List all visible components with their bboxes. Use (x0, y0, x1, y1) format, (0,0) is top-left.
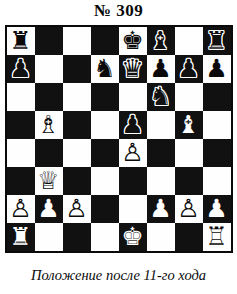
square-f2: ♟ (147, 195, 175, 223)
black-knight-piece: ♞ (93, 55, 115, 83)
square-d2 (91, 195, 119, 223)
square-d7: ♞ (91, 55, 119, 83)
square-f7: ♟ (147, 55, 175, 83)
white-pawn-piece: ♙ (177, 195, 199, 223)
square-h7: ♟ (203, 55, 231, 83)
white-rook-piece: ♖ (205, 223, 227, 251)
black-pawn-piece: ♟ (149, 55, 171, 83)
square-a7: ♟ (7, 55, 35, 83)
square-h6 (203, 83, 231, 111)
square-f4 (147, 139, 175, 167)
square-a6 (7, 83, 35, 111)
square-f1 (147, 223, 175, 251)
square-a2: ♙ (7, 195, 35, 223)
square-e5: ♟ (119, 111, 147, 139)
square-c3 (63, 167, 91, 195)
square-d6 (91, 83, 119, 111)
black-queen-piece: ♛ (121, 55, 143, 83)
square-h8: ♜ (203, 27, 231, 55)
square-g6 (175, 83, 203, 111)
diagram-page: № 309 ♜♚♝♜♟♞♛♟♟♟♞♗♟♝♙♕♙♟♙♟♙♟♜♚♖ Положени… (0, 0, 237, 294)
square-h4 (203, 139, 231, 167)
square-g2: ♙ (175, 195, 203, 223)
black-rook-piece: ♜ (9, 27, 31, 55)
board-frame: ♜♚♝♜♟♞♛♟♟♟♞♗♟♝♙♕♙♟♙♟♙♟♜♚♖ (5, 25, 233, 253)
square-b1 (35, 223, 63, 251)
square-g1 (175, 223, 203, 251)
white-king-piece: ♚ (121, 223, 143, 251)
square-g4 (175, 139, 203, 167)
square-b3: ♕ (35, 167, 63, 195)
black-bishop-piece: ♝ (149, 27, 171, 55)
square-e2 (119, 195, 147, 223)
black-pawn-piece: ♟ (205, 55, 227, 83)
diagram-number: № 309 (0, 0, 237, 22)
square-c6 (63, 83, 91, 111)
black-pawn-piece: ♟ (177, 55, 199, 83)
square-b8 (35, 27, 63, 55)
chess-board: ♜♚♝♜♟♞♛♟♟♟♞♗♟♝♙♕♙♟♙♟♙♟♜♚♖ (7, 27, 231, 251)
black-knight-piece: ♞ (149, 83, 171, 111)
square-c1 (63, 223, 91, 251)
square-c2: ♙ (63, 195, 91, 223)
square-g3 (175, 167, 203, 195)
black-king-piece: ♚ (121, 27, 143, 55)
square-b5: ♗ (35, 111, 63, 139)
square-b2: ♟ (35, 195, 63, 223)
square-g8 (175, 27, 203, 55)
square-g7: ♟ (175, 55, 203, 83)
square-b6 (35, 83, 63, 111)
white-bishop-piece: ♗ (37, 111, 59, 139)
white-bishop-piece: ♝ (177, 111, 199, 139)
square-f8: ♝ (147, 27, 175, 55)
square-f6: ♞ (147, 83, 175, 111)
black-pawn-piece: ♟ (9, 55, 31, 83)
square-d5 (91, 111, 119, 139)
square-a4 (7, 139, 35, 167)
square-h5 (203, 111, 231, 139)
square-a3 (7, 167, 35, 195)
square-h1: ♖ (203, 223, 231, 251)
square-f5 (147, 111, 175, 139)
white-pawn-piece: ♙ (65, 195, 87, 223)
square-f3 (147, 167, 175, 195)
square-c5 (63, 111, 91, 139)
diagram-caption: Положение после 11-го хода (0, 264, 237, 286)
white-pawn-piece: ♙ (121, 139, 143, 167)
square-g5: ♝ (175, 111, 203, 139)
white-pawn-piece: ♟ (37, 195, 59, 223)
square-h2: ♟ (203, 195, 231, 223)
square-d8 (91, 27, 119, 55)
square-d1 (91, 223, 119, 251)
square-e3 (119, 167, 147, 195)
white-rook-piece: ♜ (9, 223, 31, 251)
square-c4 (63, 139, 91, 167)
square-d4 (91, 139, 119, 167)
black-rook-piece: ♜ (205, 27, 227, 55)
square-e6 (119, 83, 147, 111)
square-a5 (7, 111, 35, 139)
square-e4: ♙ (119, 139, 147, 167)
square-c7 (63, 55, 91, 83)
square-h3 (203, 167, 231, 195)
square-d3 (91, 167, 119, 195)
square-e7: ♛ (119, 55, 147, 83)
square-e8: ♚ (119, 27, 147, 55)
square-b7 (35, 55, 63, 83)
square-b4 (35, 139, 63, 167)
square-a1: ♜ (7, 223, 35, 251)
white-pawn-piece: ♟ (205, 195, 227, 223)
white-queen-piece: ♕ (37, 167, 59, 195)
black-pawn-piece: ♟ (121, 111, 143, 139)
white-pawn-piece: ♙ (9, 195, 31, 223)
square-a8: ♜ (7, 27, 35, 55)
white-pawn-piece: ♟ (149, 195, 171, 223)
square-c8 (63, 27, 91, 55)
square-e1: ♚ (119, 223, 147, 251)
